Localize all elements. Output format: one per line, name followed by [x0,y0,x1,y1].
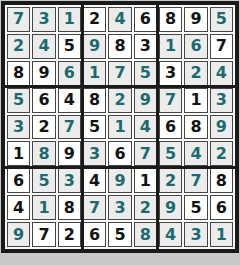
sudoku-cell-r2c7[interactable]: 1 [159,34,182,59]
sudoku-cell-r8c7[interactable]: 9 [159,195,182,220]
sudoku-cell-r7c7[interactable]: 2 [159,168,182,193]
sudoku-cell-r5c1[interactable]: 3 [7,115,30,140]
sudoku-cell-r3c1[interactable]: 8 [7,61,30,86]
sudoku-cell-r7c6[interactable]: 1 [134,168,157,193]
sudoku-cell-r9c7[interactable]: 4 [159,222,182,247]
sudoku-grid: 7312468952459831678961753245648297133275… [7,7,233,247]
sudoku-cell-r2c8[interactable]: 6 [184,34,207,59]
sudoku-cell-r9c3[interactable]: 2 [58,222,81,247]
sudoku-cell-r9c6[interactable]: 8 [134,222,157,247]
sudoku-cell-r4c4[interactable]: 8 [83,88,106,113]
sudoku-cell-r2c3[interactable]: 5 [58,34,81,59]
sudoku-cell-r9c4[interactable]: 6 [83,222,106,247]
sudoku-cell-r8c6[interactable]: 2 [134,195,157,220]
sudoku-cell-r5c7[interactable]: 6 [159,115,182,140]
sudoku-cell-r1c3[interactable]: 1 [58,7,81,32]
sudoku-cell-r4c3[interactable]: 4 [58,88,81,113]
sudoku-cell-r2c2[interactable]: 4 [32,34,55,59]
sudoku-cell-r7c8[interactable]: 7 [184,168,207,193]
sudoku-cell-r5c2[interactable]: 2 [32,115,55,140]
sudoku-cell-r8c5[interactable]: 3 [108,195,131,220]
sudoku-cell-r1c2[interactable]: 3 [32,7,55,32]
sudoku-cell-r7c3[interactable]: 3 [58,168,81,193]
sudoku-cell-r1c1[interactable]: 7 [7,7,30,32]
sudoku-cell-r8c4[interactable]: 7 [83,195,106,220]
sudoku-cell-r1c7[interactable]: 8 [159,7,182,32]
sudoku-cell-r6c6[interactable]: 7 [134,141,157,166]
sudoku-cell-r5c3[interactable]: 7 [58,115,81,140]
sudoku-cell-r9c5[interactable]: 5 [108,222,131,247]
sudoku-cell-r3c3[interactable]: 6 [58,61,81,86]
sudoku-cell-r5c6[interactable]: 4 [134,115,157,140]
sudoku-cell-r6c1[interactable]: 1 [7,141,30,166]
sudoku-cell-r8c9[interactable]: 6 [210,195,233,220]
box-divider-vertical-1 [81,5,84,249]
sudoku-cell-r5c4[interactable]: 5 [83,115,106,140]
sudoku-cell-r5c5[interactable]: 1 [108,115,131,140]
sudoku-cell-r3c4[interactable]: 1 [83,61,106,86]
sudoku-cell-r4c5[interactable]: 2 [108,88,131,113]
sudoku-cell-r8c2[interactable]: 1 [32,195,55,220]
sudoku-cell-r6c5[interactable]: 6 [108,141,131,166]
box-divider-vertical-2 [156,5,159,249]
sudoku-cell-r2c4[interactable]: 9 [83,34,106,59]
sudoku-cell-r3c6[interactable]: 5 [134,61,157,86]
sudoku-cell-r9c8[interactable]: 3 [184,222,207,247]
sudoku-cell-r7c9[interactable]: 8 [210,168,233,193]
sudoku-cell-r7c1[interactable]: 6 [7,168,30,193]
sudoku-cell-r4c1[interactable]: 5 [7,88,30,113]
sudoku-cell-r6c2[interactable]: 8 [32,141,55,166]
sudoku-cell-r9c1[interactable]: 9 [7,222,30,247]
sudoku-cell-r7c5[interactable]: 9 [108,168,131,193]
sudoku-cell-r9c2[interactable]: 7 [32,222,55,247]
sudoku-cell-r8c8[interactable]: 5 [184,195,207,220]
sudoku-cell-r7c4[interactable]: 4 [83,168,106,193]
sudoku-cell-r3c7[interactable]: 3 [159,61,182,86]
box-divider-horizontal-2 [5,166,235,169]
sudoku-cell-r6c3[interactable]: 9 [58,141,81,166]
sudoku-cell-r9c9[interactable]: 1 [210,222,233,247]
box-divider-horizontal-1 [5,85,235,88]
sudoku-cell-r8c3[interactable]: 8 [58,195,81,220]
sudoku-board: 7312468952459831678961753245648297133275… [1,1,239,253]
sudoku-cell-r4c8[interactable]: 1 [184,88,207,113]
sudoku-cell-r1c6[interactable]: 6 [134,7,157,32]
sudoku-cell-r4c6[interactable]: 9 [134,88,157,113]
sudoku-cell-r6c9[interactable]: 2 [210,141,233,166]
sudoku-cell-r8c1[interactable]: 4 [7,195,30,220]
sudoku-cell-r5c9[interactable]: 9 [210,115,233,140]
page: 7312468952459831678961753245648297133275… [0,0,240,265]
sudoku-cell-r2c1[interactable]: 2 [7,34,30,59]
sudoku-cell-r7c2[interactable]: 5 [32,168,55,193]
sudoku-cell-r4c9[interactable]: 3 [210,88,233,113]
sudoku-cell-r4c7[interactable]: 7 [159,88,182,113]
sudoku-cell-r3c9[interactable]: 4 [210,61,233,86]
sudoku-cell-r2c6[interactable]: 3 [134,34,157,59]
sudoku-cell-r1c4[interactable]: 2 [83,7,106,32]
sudoku-cell-r3c8[interactable]: 2 [184,61,207,86]
sudoku-cell-r2c9[interactable]: 7 [210,34,233,59]
sudoku-cell-r1c5[interactable]: 4 [108,7,131,32]
sudoku-cell-r2c5[interactable]: 8 [108,34,131,59]
sudoku-cell-r4c2[interactable]: 6 [32,88,55,113]
sudoku-cell-r1c9[interactable]: 5 [210,7,233,32]
sudoku-cell-r6c4[interactable]: 3 [83,141,106,166]
sudoku-cell-r1c8[interactable]: 9 [184,7,207,32]
sudoku-cell-r6c7[interactable]: 5 [159,141,182,166]
sudoku-cell-r3c2[interactable]: 9 [32,61,55,86]
sudoku-cell-r6c8[interactable]: 4 [184,141,207,166]
sudoku-cell-r5c8[interactable]: 8 [184,115,207,140]
sudoku-cell-r3c5[interactable]: 7 [108,61,131,86]
